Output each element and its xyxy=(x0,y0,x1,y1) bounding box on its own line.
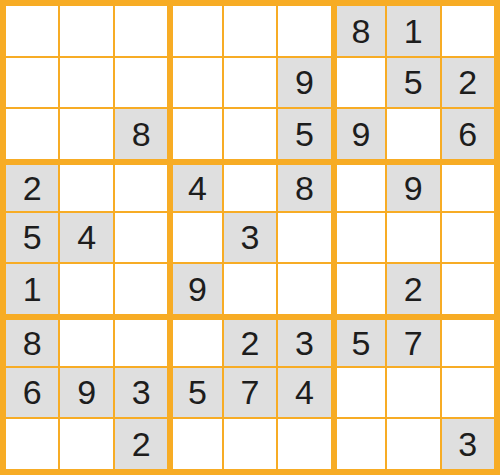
cell-r5c2[interactable]: 4 xyxy=(60,213,112,263)
cell-r2c5[interactable] xyxy=(224,58,276,108)
cell-r6c6[interactable] xyxy=(278,264,330,314)
cell-r7c4[interactable] xyxy=(169,316,221,366)
cell-r8c9[interactable] xyxy=(442,368,494,418)
cell-r1c5[interactable] xyxy=(224,6,276,56)
cell-r2c3[interactable] xyxy=(115,58,167,108)
cell-r2c4[interactable] xyxy=(169,58,221,108)
cell-r5c3[interactable] xyxy=(115,213,167,263)
cell-r1c8[interactable]: 1 xyxy=(387,6,439,56)
cell-r9c8[interactable] xyxy=(387,419,439,469)
cell-r9c2[interactable] xyxy=(60,419,112,469)
cell-r3c1[interactable] xyxy=(6,109,58,159)
cell-r2c8[interactable]: 5 xyxy=(387,58,439,108)
cell-r8c8[interactable] xyxy=(387,368,439,418)
cell-r6c4[interactable]: 9 xyxy=(169,264,221,314)
cell-r7c1[interactable]: 8 xyxy=(6,316,58,366)
cell-r4c2[interactable] xyxy=(60,161,112,211)
cell-r5c9[interactable] xyxy=(442,213,494,263)
cell-r1c9[interactable] xyxy=(442,6,494,56)
cell-r3c3[interactable]: 8 xyxy=(115,109,167,159)
cell-r1c6[interactable] xyxy=(278,6,330,56)
cell-r4c7[interactable] xyxy=(333,161,385,211)
cell-r7c3[interactable] xyxy=(115,316,167,366)
cell-r1c1[interactable] xyxy=(6,6,58,56)
cell-r9c4[interactable] xyxy=(169,419,221,469)
cell-r8c4[interactable]: 5 xyxy=(169,368,221,418)
cell-r8c2[interactable]: 9 xyxy=(60,368,112,418)
cell-r4c6[interactable]: 8 xyxy=(278,161,330,211)
cell-r2c1[interactable] xyxy=(6,58,58,108)
sudoku-board: 81952859624895431928235769357423 xyxy=(0,0,500,475)
cell-r9c1[interactable] xyxy=(6,419,58,469)
cell-r2c9[interactable]: 2 xyxy=(442,58,494,108)
cell-r5c5[interactable]: 3 xyxy=(224,213,276,263)
cell-r4c3[interactable] xyxy=(115,161,167,211)
cell-r7c6[interactable]: 3 xyxy=(278,316,330,366)
cell-r6c3[interactable] xyxy=(115,264,167,314)
cell-r8c7[interactable] xyxy=(333,368,385,418)
cell-r6c2[interactable] xyxy=(60,264,112,314)
cell-r6c7[interactable] xyxy=(333,264,385,314)
cell-r7c5[interactable]: 2 xyxy=(224,316,276,366)
cell-r9c9[interactable]: 3 xyxy=(442,419,494,469)
cell-r2c7[interactable] xyxy=(333,58,385,108)
cell-r4c9[interactable] xyxy=(442,161,494,211)
cell-r5c6[interactable] xyxy=(278,213,330,263)
cell-r7c8[interactable]: 7 xyxy=(387,316,439,366)
cell-r9c3[interactable]: 2 xyxy=(115,419,167,469)
cell-r2c2[interactable] xyxy=(60,58,112,108)
cell-r9c6[interactable] xyxy=(278,419,330,469)
cell-r4c5[interactable] xyxy=(224,161,276,211)
cell-r2c6[interactable]: 9 xyxy=(278,58,330,108)
cell-r4c4[interactable]: 4 xyxy=(169,161,221,211)
cell-r9c5[interactable] xyxy=(224,419,276,469)
cell-r8c1[interactable]: 6 xyxy=(6,368,58,418)
cell-r4c1[interactable]: 2 xyxy=(6,161,58,211)
cell-r6c5[interactable] xyxy=(224,264,276,314)
cell-r3c2[interactable] xyxy=(60,109,112,159)
cell-r3c8[interactable] xyxy=(387,109,439,159)
cell-r3c5[interactable] xyxy=(224,109,276,159)
cell-r8c3[interactable]: 3 xyxy=(115,368,167,418)
cell-r3c7[interactable]: 9 xyxy=(333,109,385,159)
cell-r1c2[interactable] xyxy=(60,6,112,56)
cell-r5c8[interactable] xyxy=(387,213,439,263)
cell-r6c8[interactable]: 2 xyxy=(387,264,439,314)
cell-r5c1[interactable]: 5 xyxy=(6,213,58,263)
cell-r8c5[interactable]: 7 xyxy=(224,368,276,418)
cell-r3c9[interactable]: 6 xyxy=(442,109,494,159)
cell-r4c8[interactable]: 9 xyxy=(387,161,439,211)
cell-r9c7[interactable] xyxy=(333,419,385,469)
cell-r8c6[interactable]: 4 xyxy=(278,368,330,418)
cell-r5c7[interactable] xyxy=(333,213,385,263)
cell-r1c7[interactable]: 8 xyxy=(333,6,385,56)
cell-r6c9[interactable] xyxy=(442,264,494,314)
cell-r5c4[interactable] xyxy=(169,213,221,263)
cell-r1c3[interactable] xyxy=(115,6,167,56)
cell-r6c1[interactable]: 1 xyxy=(6,264,58,314)
cell-r3c4[interactable] xyxy=(169,109,221,159)
cell-r7c9[interactable] xyxy=(442,316,494,366)
cell-r1c4[interactable] xyxy=(169,6,221,56)
cell-r3c6[interactable]: 5 xyxy=(278,109,330,159)
cell-r7c7[interactable]: 5 xyxy=(333,316,385,366)
cell-r7c2[interactable] xyxy=(60,316,112,366)
